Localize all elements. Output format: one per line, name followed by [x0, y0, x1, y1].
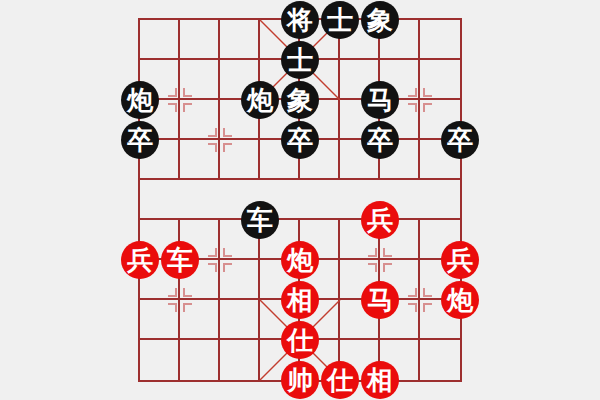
star-point-corner: [408, 103, 417, 112]
star-point-corner: [223, 263, 232, 272]
star-point-corner: [208, 128, 217, 137]
star-point-corner: [368, 263, 377, 272]
black-elephant[interactable]: 象: [361, 1, 399, 39]
star-point-corner: [368, 248, 377, 257]
black-horse[interactable]: 马: [361, 81, 399, 119]
star-point-corner: [183, 103, 192, 112]
star-point-corner: [208, 143, 217, 152]
star-point-corner: [408, 88, 417, 97]
red-horse[interactable]: 马: [361, 281, 399, 319]
star-point-corner: [383, 248, 392, 257]
star-point-corner: [408, 288, 417, 297]
black-soldier[interactable]: 卒: [121, 121, 159, 159]
red-elephant[interactable]: 相: [281, 281, 319, 319]
star-point-corner: [423, 303, 432, 312]
star-point-corner: [183, 88, 192, 97]
black-chariot[interactable]: 车: [241, 201, 279, 239]
black-advisor[interactable]: 士: [281, 41, 319, 79]
red-cannon[interactable]: 炮: [281, 241, 319, 279]
black-elephant[interactable]: 象: [281, 81, 319, 119]
black-general[interactable]: 将: [281, 1, 319, 39]
star-point-corner: [183, 288, 192, 297]
red-soldier[interactable]: 兵: [361, 201, 399, 239]
star-point-corner: [208, 263, 217, 272]
star-point-corner: [423, 288, 432, 297]
star-point-corner: [423, 103, 432, 112]
star-point-corner: [168, 103, 177, 112]
star-point-corner: [168, 288, 177, 297]
star-point-corner: [408, 303, 417, 312]
black-soldier[interactable]: 卒: [361, 121, 399, 159]
red-elephant[interactable]: 相: [361, 361, 399, 399]
star-point-corner: [223, 128, 232, 137]
xiangqi-screenshot: 将士象士炮炮象马卒卒卒卒车兵兵车炮兵相马炮仕帅仕相: [0, 0, 600, 400]
black-advisor[interactable]: 士: [321, 1, 359, 39]
xiangqi-board: 将士象士炮炮象马卒卒卒卒车兵兵车炮兵相马炮仕帅仕相: [138, 18, 462, 382]
black-cannon[interactable]: 炮: [121, 81, 159, 119]
star-point-corner: [168, 88, 177, 97]
star-point-corner: [223, 248, 232, 257]
star-point-corner: [223, 143, 232, 152]
star-point-corner: [383, 263, 392, 272]
red-soldier[interactable]: 兵: [441, 241, 479, 279]
red-cannon[interactable]: 炮: [441, 281, 479, 319]
star-point-corner: [168, 303, 177, 312]
black-soldier[interactable]: 卒: [441, 121, 479, 159]
star-point-corner: [423, 88, 432, 97]
red-advisor[interactable]: 仕: [281, 321, 319, 359]
black-soldier[interactable]: 卒: [281, 121, 319, 159]
star-point-corner: [183, 303, 192, 312]
red-advisor[interactable]: 仕: [321, 361, 359, 399]
star-point-corner: [208, 248, 217, 257]
black-cannon[interactable]: 炮: [241, 81, 279, 119]
red-soldier[interactable]: 兵: [121, 241, 159, 279]
red-chariot[interactable]: 车: [161, 241, 199, 279]
red-general[interactable]: 帅: [281, 361, 319, 399]
